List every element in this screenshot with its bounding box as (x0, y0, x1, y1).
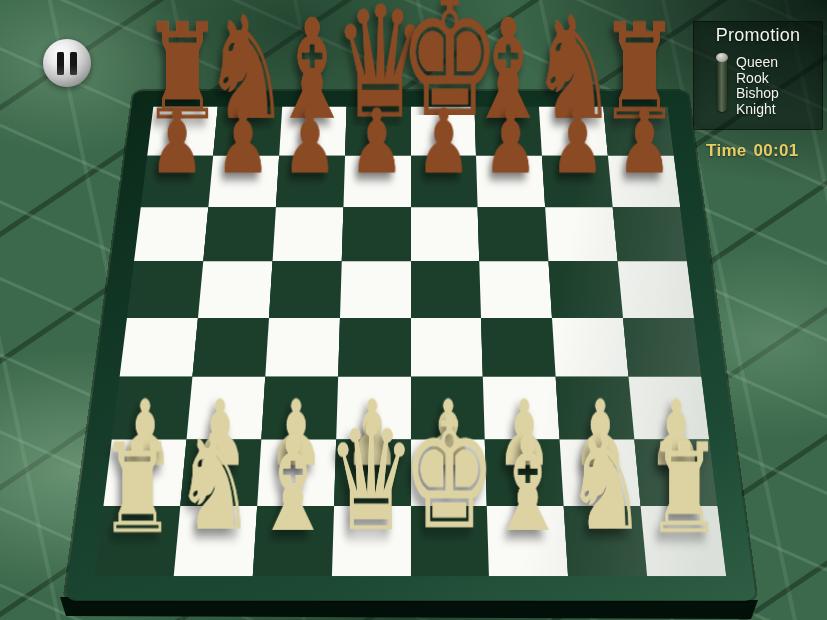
slider-thumb-icon[interactable] (716, 53, 728, 62)
piece-black-pawn[interactable]: ♟ (599, 97, 690, 187)
time-label: Time (706, 141, 747, 161)
square-h5[interactable] (618, 261, 694, 318)
square-a5[interactable] (127, 261, 203, 318)
square-f5[interactable] (480, 261, 553, 318)
square-e5[interactable] (411, 261, 482, 318)
square-f4[interactable] (481, 318, 556, 378)
chess-board[interactable]: ♜♞♝♛♚♝♞♜♟♟♟♟♟♟♟♟♟♟♟♟♟♟♟♟♜♞♝♛♚♝♞♜ (65, 91, 757, 601)
square-c4[interactable] (265, 318, 340, 378)
square-b6[interactable] (203, 207, 275, 261)
square-e6[interactable] (411, 207, 480, 261)
square-d6[interactable] (341, 207, 410, 261)
square-g4[interactable] (552, 318, 628, 378)
square-b4[interactable] (192, 318, 268, 378)
piece-white-king[interactable]: ♚ (396, 397, 502, 551)
pause-icon (57, 52, 77, 75)
chess-board-grid: ♜♞♝♛♚♝♞♜♟♟♟♟♟♟♟♟♟♟♟♟♟♟♟♟♜♞♝♛♚♝♞♜ (95, 107, 727, 576)
square-c5[interactable] (269, 261, 342, 318)
promotion-option-knight[interactable]: Knight (736, 102, 779, 118)
square-h6[interactable] (613, 207, 687, 261)
promotion-option-bishop[interactable]: Bishop (736, 86, 779, 102)
timer: Time 00:01 (706, 141, 799, 161)
time-value: 00:01 (754, 141, 799, 161)
promotion-panel: Promotion Queen Rook Bishop Knight (693, 21, 823, 130)
promotion-slider[interactable] (717, 55, 727, 112)
square-f6[interactable] (478, 207, 549, 261)
square-a4[interactable] (120, 318, 198, 378)
square-b5[interactable] (198, 261, 272, 318)
square-g6[interactable] (545, 207, 617, 261)
square-a6[interactable] (134, 207, 208, 261)
promotion-option-queen[interactable]: Queen (736, 55, 779, 71)
square-d4[interactable] (338, 318, 411, 378)
app-screen: ♜♞♝♛♚♝♞♜♟♟♟♟♟♟♟♟♟♟♟♟♟♟♟♟♜♞♝♛♚♝♞♜ Promoti… (0, 0, 827, 620)
square-e4[interactable] (410, 318, 483, 378)
square-g5[interactable] (549, 261, 623, 318)
pause-button[interactable] (43, 39, 91, 87)
piece-white-rook[interactable]: ♜ (631, 426, 737, 549)
promotion-options: Queen Rook Bishop Knight (727, 55, 779, 117)
promotion-option-rook[interactable]: Rook (736, 71, 779, 87)
square-h4[interactable] (623, 318, 701, 378)
promotion-title: Promotion (694, 25, 822, 46)
square-d5[interactable] (340, 261, 411, 318)
promotion-body: Queen Rook Bishop Knight (694, 55, 822, 117)
square-c6[interactable] (272, 207, 343, 261)
